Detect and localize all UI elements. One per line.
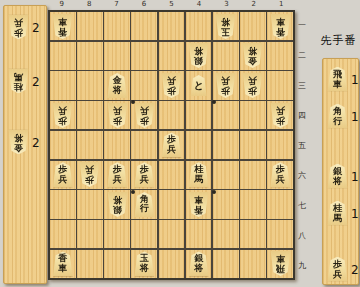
piece-kanji: 兵: [276, 106, 285, 116]
square-1-9[interactable]: 飛車: [267, 250, 293, 278]
sente-hand-桂馬[interactable]: 桂馬1: [327, 201, 359, 226]
rank-label-3: 三: [298, 70, 314, 100]
gote-piece-銀将[interactable]: 銀将: [188, 43, 209, 68]
star-point: [212, 190, 216, 194]
gote-piece-歩兵[interactable]: 歩兵: [79, 162, 100, 187]
piece-kanji: 将: [194, 264, 203, 274]
piece-kanji: 桂: [14, 81, 23, 91]
file-label-7: 7: [103, 0, 130, 9]
piece-kanji: 歩: [167, 86, 176, 96]
square-5-4[interactable]: [159, 101, 185, 129]
square-8-9[interactable]: [77, 250, 103, 278]
piece-kanji: 兵: [113, 106, 122, 116]
gote-hand-桂馬[interactable]: 桂馬2: [8, 69, 40, 94]
rank-label-6: 六: [298, 160, 314, 190]
square-5-7[interactable]: [159, 190, 185, 218]
square-8-4[interactable]: [77, 101, 103, 129]
square-8-5[interactable]: [77, 131, 103, 159]
gote-captured-tray: 歩兵2桂馬2金将2: [3, 5, 47, 284]
square-1-2[interactable]: [267, 42, 293, 70]
piece-kanji: 馬: [194, 175, 203, 185]
piece-kanji: 兵: [14, 18, 23, 28]
gote-piece-銀将[interactable]: 銀将: [107, 192, 128, 217]
square-3-5[interactable]: [213, 131, 239, 159]
piece-kanji: 飛: [276, 264, 285, 274]
square-4-5[interactable]: [186, 131, 212, 159]
gote-piece-香車[interactable]: 香車: [270, 14, 291, 39]
square-1-1[interactable]: 香車: [267, 12, 293, 40]
square-4-2[interactable]: 銀将: [186, 42, 212, 70]
sente-piece-桂馬[interactable]: 桂馬: [327, 201, 348, 226]
square-5-8[interactable]: [159, 220, 185, 248]
file-label-3: 3: [213, 0, 240, 9]
piece-kanji: 将: [14, 133, 23, 143]
gote-piece-玉将[interactable]: 玉将: [215, 14, 236, 39]
piece-kanji: 歩: [276, 115, 285, 125]
square-5-6[interactable]: [159, 161, 185, 189]
square-9-4[interactable]: 歩兵: [50, 101, 76, 129]
sente-captured-tray: 飛車1角行1銀将1桂馬1歩兵2: [322, 58, 359, 285]
piece-kanji: 将: [248, 46, 257, 56]
square-9-1[interactable]: 香車: [50, 12, 76, 40]
square-8-6[interactable]: 歩兵: [77, 161, 103, 189]
sente-hand-銀将[interactable]: 銀将1: [327, 164, 359, 189]
square-1-7[interactable]: [267, 190, 293, 218]
square-3-1[interactable]: 玉将: [213, 12, 239, 40]
piece-kanji: 兵: [58, 106, 67, 116]
piece-kanji: 歩: [140, 115, 149, 125]
piece-kanji: 将: [333, 176, 342, 186]
gote-piece-歩兵[interactable]: 歩兵: [215, 73, 236, 98]
piece-kanji: 兵: [140, 175, 149, 185]
piece-kanji: と: [194, 80, 204, 91]
piece-kanji: 銀: [113, 204, 122, 214]
sente-hand-count-銀将: 1: [351, 170, 359, 182]
square-2-2[interactable]: 金将: [240, 42, 266, 70]
sente-piece-銀将[interactable]: 銀将: [188, 251, 209, 276]
square-7-2[interactable]: [104, 42, 130, 70]
square-2-8[interactable]: [240, 220, 266, 248]
sente-piece-角行[interactable]: 角行: [134, 192, 155, 217]
square-3-7[interactable]: [213, 190, 239, 218]
square-9-8[interactable]: [50, 220, 76, 248]
square-9-9[interactable]: 香車: [50, 250, 76, 278]
piece-kanji: 兵: [248, 76, 257, 86]
square-4-8[interactable]: [186, 220, 212, 248]
square-5-5[interactable]: 歩兵: [159, 131, 185, 159]
sente-piece-玉将[interactable]: 玉将: [134, 251, 155, 276]
sente-piece-歩兵[interactable]: 歩兵: [107, 162, 128, 187]
file-label-8: 8: [75, 0, 102, 9]
square-5-1[interactable]: [159, 12, 185, 40]
square-7-1[interactable]: [104, 12, 130, 40]
piece-kanji: 歩: [14, 27, 23, 37]
sente-piece-と[interactable]: と: [190, 75, 207, 96]
gote-hand-金将[interactable]: 金将2: [8, 130, 40, 155]
piece-kanji: 車: [333, 79, 342, 89]
piece-kanji: 香: [58, 26, 67, 36]
file-label-1: 1: [268, 0, 295, 9]
square-3-6[interactable]: [213, 161, 239, 189]
sente-piece-歩兵[interactable]: 歩兵: [161, 132, 182, 157]
square-7-6[interactable]: 歩兵: [104, 161, 130, 189]
file-labels: 987654321: [48, 0, 295, 9]
square-1-8[interactable]: [267, 220, 293, 248]
square-9-2[interactable]: [50, 42, 76, 70]
piece-kanji: 歩: [248, 86, 257, 96]
sente-piece-角行[interactable]: 角行: [327, 104, 348, 129]
square-6-1[interactable]: [131, 12, 157, 40]
shogi-app: 歩兵2桂馬2金将2 987654321 一二三四五六七八九 香車玉将香車銀将金将…: [0, 0, 360, 287]
square-3-2[interactable]: [213, 42, 239, 70]
piece-kanji: 歩: [221, 86, 230, 96]
square-6-8[interactable]: [131, 220, 157, 248]
piece-kanji: 銀: [194, 56, 203, 66]
square-1-4[interactable]: 歩兵: [267, 101, 293, 129]
gote-piece-歩兵[interactable]: 歩兵: [8, 15, 29, 40]
piece-kanji: 行: [140, 204, 149, 214]
sente-hand-飛車[interactable]: 飛車1: [327, 67, 359, 92]
piece-kanji: 兵: [221, 76, 230, 86]
piece-kanji: 歩: [85, 175, 94, 185]
square-3-8[interactable]: [213, 220, 239, 248]
sente-piece-歩兵[interactable]: 歩兵: [270, 162, 291, 187]
rank-label-4: 四: [298, 100, 314, 130]
piece-kanji: 将: [113, 86, 122, 96]
gote-hand-count-桂馬: 2: [32, 75, 40, 87]
gote-piece-金将[interactable]: 金将: [8, 130, 29, 155]
file-label-9: 9: [48, 0, 75, 9]
piece-kanji: 車: [194, 195, 203, 205]
piece-kanji: 馬: [14, 72, 23, 82]
sente-hand-count-角行: 1: [351, 110, 359, 122]
sente-piece-歩兵[interactable]: 歩兵: [52, 162, 73, 187]
piece-kanji: 車: [58, 17, 67, 27]
square-5-2[interactable]: [159, 42, 185, 70]
rank-label-9: 九: [298, 250, 314, 280]
piece-kanji: 兵: [276, 175, 285, 185]
square-9-5[interactable]: [50, 131, 76, 159]
square-4-4[interactable]: [186, 101, 212, 129]
piece-kanji: 将: [194, 46, 203, 56]
gote-piece-飛車[interactable]: 飛車: [270, 251, 291, 276]
square-3-9[interactable]: [213, 250, 239, 278]
piece-kanji: 兵: [167, 145, 176, 155]
file-label-5: 5: [158, 0, 185, 9]
piece-kanji: 兵: [113, 175, 122, 185]
rank-label-1: 一: [298, 10, 314, 40]
sente-piece-香車[interactable]: 香車: [52, 251, 73, 276]
rank-label-2: 二: [298, 40, 314, 70]
square-4-9[interactable]: 銀将: [186, 250, 212, 278]
square-2-7[interactable]: [240, 190, 266, 218]
piece-kanji: 将: [221, 17, 230, 27]
square-9-6[interactable]: 歩兵: [50, 161, 76, 189]
piece-kanji: 玉: [221, 26, 230, 36]
square-7-4[interactable]: 歩兵: [104, 101, 130, 129]
square-2-4[interactable]: [240, 101, 266, 129]
gote-piece-歩兵[interactable]: 歩兵: [134, 103, 155, 128]
piece-kanji: 馬: [333, 213, 342, 223]
square-1-3[interactable]: [267, 71, 293, 99]
rank-label-8: 八: [298, 220, 314, 250]
square-2-6[interactable]: [240, 161, 266, 189]
square-3-4[interactable]: [213, 101, 239, 129]
square-7-5[interactable]: [104, 131, 130, 159]
square-6-9[interactable]: 玉将: [131, 250, 157, 278]
sente-hand-count-飛車: 1: [351, 73, 359, 85]
gote-piece-香車[interactable]: 香車: [188, 192, 209, 217]
piece-kanji: 金: [248, 56, 257, 66]
square-9-7[interactable]: [50, 190, 76, 218]
shogi-board: 香車玉将香車銀将金将金将歩兵と歩兵歩兵歩兵歩兵歩兵歩兵歩兵歩兵歩兵歩兵歩兵桂馬歩…: [48, 10, 295, 280]
square-4-1[interactable]: [186, 12, 212, 40]
square-1-6[interactable]: 歩兵: [267, 161, 293, 189]
sente-piece-桂馬[interactable]: 桂馬: [188, 162, 209, 187]
piece-kanji: 兵: [85, 165, 94, 175]
file-label-4: 4: [185, 0, 212, 9]
square-6-3[interactable]: [131, 71, 157, 99]
square-5-9[interactable]: [159, 250, 185, 278]
piece-kanji: 車: [276, 254, 285, 264]
piece-kanji: 行: [333, 116, 342, 126]
rank-label-7: 七: [298, 190, 314, 220]
sente-piece-歩兵[interactable]: 歩兵: [134, 162, 155, 187]
square-8-7[interactable]: [77, 190, 103, 218]
piece-kanji: 兵: [58, 175, 67, 185]
rank-label-5: 五: [298, 130, 314, 160]
square-7-7[interactable]: 銀将: [104, 190, 130, 218]
square-6-2[interactable]: [131, 42, 157, 70]
file-label-6: 6: [130, 0, 157, 9]
gote-piece-歩兵[interactable]: 歩兵: [52, 103, 73, 128]
piece-kanji: 金: [14, 142, 23, 152]
square-7-8[interactable]: [104, 220, 130, 248]
piece-kanji: 将: [113, 195, 122, 205]
gote-hand-count-金将: 2: [32, 136, 40, 148]
piece-kanji: 歩: [113, 115, 122, 125]
square-6-7[interactable]: 角行: [131, 190, 157, 218]
square-3-3[interactable]: 歩兵: [213, 71, 239, 99]
sente-hand-count-歩兵: 2: [351, 263, 359, 275]
sente-hand-角行[interactable]: 角行1: [327, 104, 359, 129]
sente-piece-歩兵[interactable]: 歩兵: [327, 257, 348, 282]
turn-indicator: 先手番: [317, 33, 360, 48]
square-7-3[interactable]: 金将: [104, 71, 130, 99]
rank-labels: 一二三四五六七八九: [298, 10, 314, 280]
sente-piece-金将[interactable]: 金将: [107, 73, 128, 98]
gote-hand-歩兵[interactable]: 歩兵2: [8, 15, 40, 40]
piece-kanji: 車: [58, 264, 67, 274]
gote-piece-歩兵[interactable]: 歩兵: [161, 73, 182, 98]
square-4-3[interactable]: と: [186, 71, 212, 99]
file-label-2: 2: [240, 0, 267, 9]
square-8-2[interactable]: [77, 42, 103, 70]
gote-piece-歩兵[interactable]: 歩兵: [242, 73, 263, 98]
square-6-6[interactable]: 歩兵: [131, 161, 157, 189]
piece-kanji: 歩: [58, 115, 67, 125]
square-5-3[interactable]: 歩兵: [159, 71, 185, 99]
gote-piece-歩兵[interactable]: 歩兵: [270, 103, 291, 128]
square-8-8[interactable]: [77, 220, 103, 248]
sente-hand-歩兵[interactable]: 歩兵2: [327, 257, 359, 282]
square-4-7[interactable]: 香車: [186, 190, 212, 218]
piece-kanji: 香: [194, 204, 203, 214]
square-2-9[interactable]: [240, 250, 266, 278]
square-2-5[interactable]: [240, 131, 266, 159]
square-9-3[interactable]: [50, 71, 76, 99]
piece-kanji: 車: [276, 17, 285, 27]
gote-piece-金将[interactable]: 金将: [242, 43, 263, 68]
square-1-5[interactable]: [267, 131, 293, 159]
piece-kanji: 兵: [167, 76, 176, 86]
piece-kanji: 香: [276, 26, 285, 36]
piece-kanji: 兵: [333, 269, 342, 279]
square-8-1[interactable]: [77, 12, 103, 40]
square-2-3[interactable]: 歩兵: [240, 71, 266, 99]
piece-kanji: 将: [140, 264, 149, 274]
square-4-6[interactable]: 桂馬: [186, 161, 212, 189]
square-2-1[interactable]: [240, 12, 266, 40]
piece-kanji: 兵: [140, 106, 149, 116]
square-6-4[interactable]: 歩兵: [131, 101, 157, 129]
gote-piece-香車[interactable]: 香車: [52, 14, 73, 39]
gote-piece-歩兵[interactable]: 歩兵: [107, 103, 128, 128]
sente-piece-飛車[interactable]: 飛車: [327, 67, 348, 92]
sente-hand-count-桂馬: 1: [351, 207, 359, 219]
square-7-9[interactable]: [104, 250, 130, 278]
square-6-5[interactable]: [131, 131, 157, 159]
sente-piece-銀将[interactable]: 銀将: [327, 164, 348, 189]
square-8-3[interactable]: [77, 71, 103, 99]
gote-hand-count-歩兵: 2: [32, 21, 40, 33]
star-point: [131, 190, 135, 194]
gote-piece-桂馬[interactable]: 桂馬: [8, 69, 29, 94]
